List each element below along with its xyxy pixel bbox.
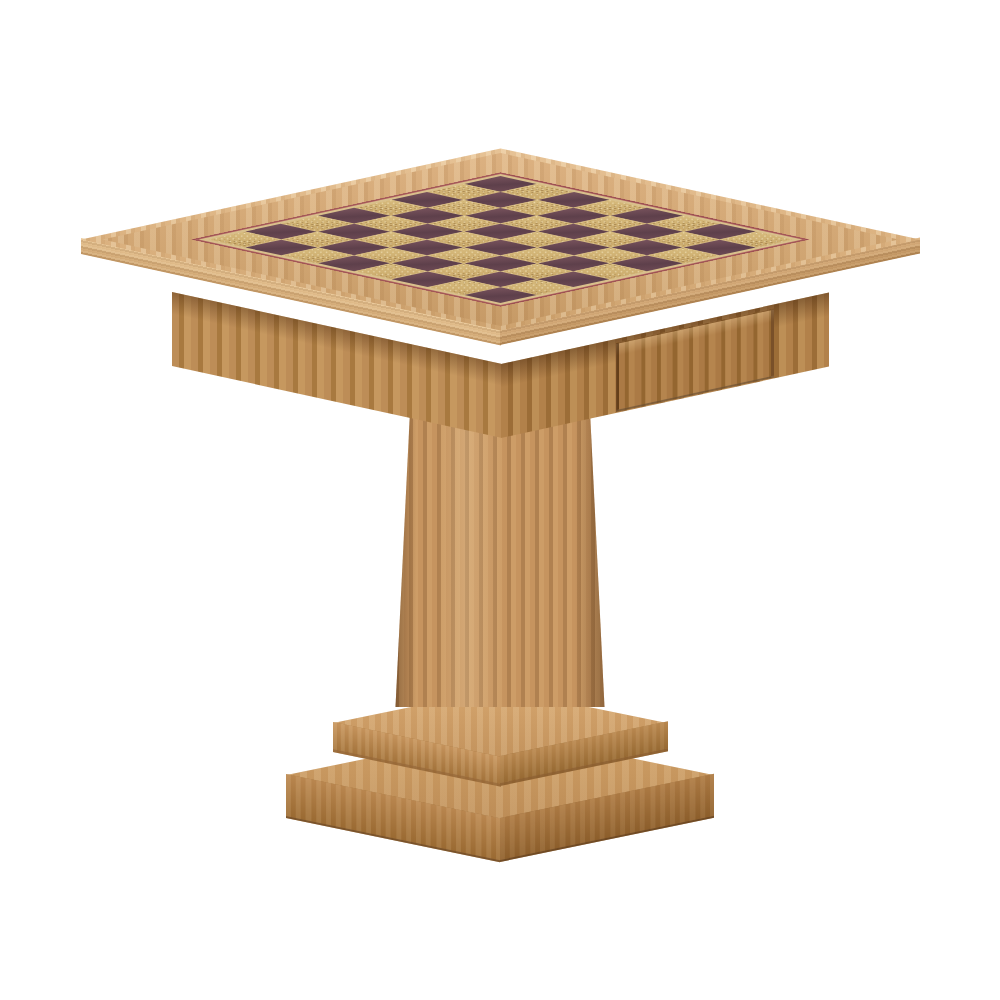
- product-photo-stage: [0, 0, 1000, 1000]
- pedestal-column: [390, 415, 610, 707]
